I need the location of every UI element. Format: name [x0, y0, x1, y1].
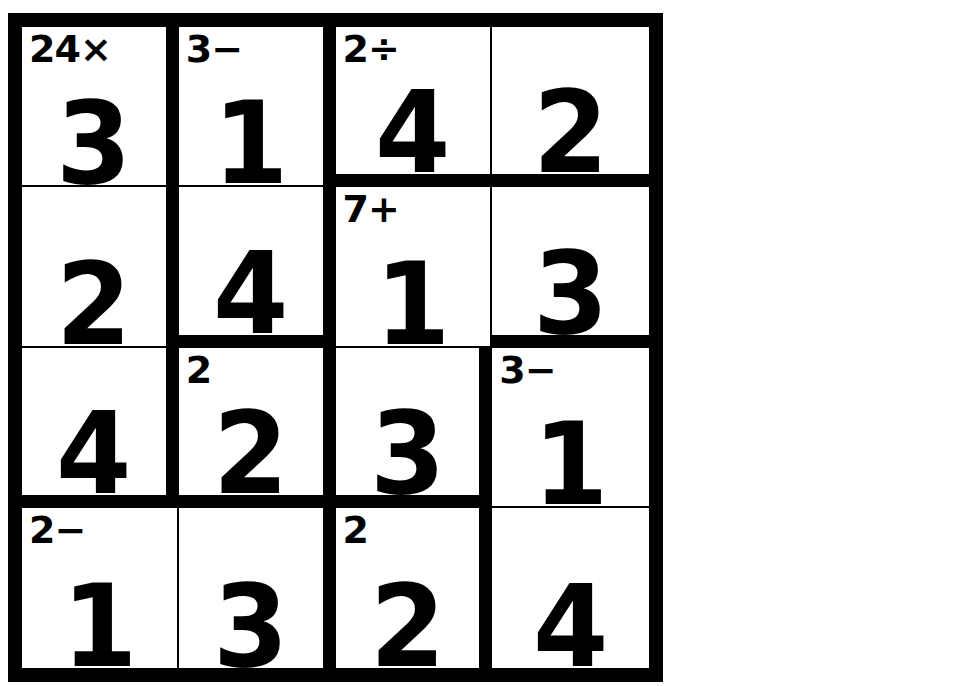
cell-r4c4: 4 [492, 508, 649, 668]
cell-r3c2: 22 [179, 348, 336, 508]
cell-r2c3: 7+1 [336, 187, 493, 347]
cell-value: 3 [370, 397, 445, 508]
cell-value: 2 [370, 570, 445, 668]
cell-value: 3 [213, 570, 288, 668]
cage-clue: 24× [29, 30, 111, 68]
cell-r4c2: 3 [179, 508, 336, 668]
cell-r2c4: 3 [492, 187, 649, 347]
cell-r3c4: 3−1 [492, 348, 649, 508]
cell-value: 2 [533, 76, 608, 187]
cell-value: 4 [56, 397, 131, 508]
cell-value: 3 [56, 87, 131, 187]
cage-clue: 3− [186, 30, 242, 68]
cell-r4c1: 2−1 [22, 508, 179, 668]
cage-clue: 2÷ [343, 30, 399, 68]
cell-r3c1: 4 [22, 348, 179, 508]
cell-value: 4 [375, 76, 450, 187]
cell-value: 4 [213, 237, 288, 348]
cell-value: 4 [533, 570, 608, 668]
cell-r4c3: 22 [336, 508, 493, 668]
cage-clue: 3− [499, 351, 555, 389]
cell-value: 1 [62, 570, 137, 668]
kenken-board: 24×33−12÷42247+1342233−12−13224 [8, 13, 663, 682]
cell-value: 1 [533, 408, 608, 508]
cage-clue: 2 [343, 511, 368, 549]
cell-r1c4: 2 [492, 27, 649, 187]
cell-r1c2: 3−1 [179, 27, 336, 187]
kenken-puzzle-page: 24×33−12÷42247+1342233−12−13224 [0, 0, 960, 686]
cell-r3c3: 3 [336, 348, 493, 508]
cell-r2c1: 2 [22, 187, 179, 347]
cage-clue: 2− [29, 511, 85, 549]
cell-value: 2 [56, 248, 131, 348]
cage-clue: 7+ [343, 190, 399, 228]
cell-value: 1 [375, 248, 450, 348]
cell-value: 1 [213, 87, 288, 187]
cell-value: 3 [533, 237, 608, 348]
cell-r1c1: 24×3 [22, 27, 179, 187]
cell-value: 2 [213, 397, 288, 508]
cage-clue: 2 [186, 351, 211, 389]
cell-r2c2: 4 [179, 187, 336, 347]
cell-r1c3: 2÷4 [336, 27, 493, 187]
